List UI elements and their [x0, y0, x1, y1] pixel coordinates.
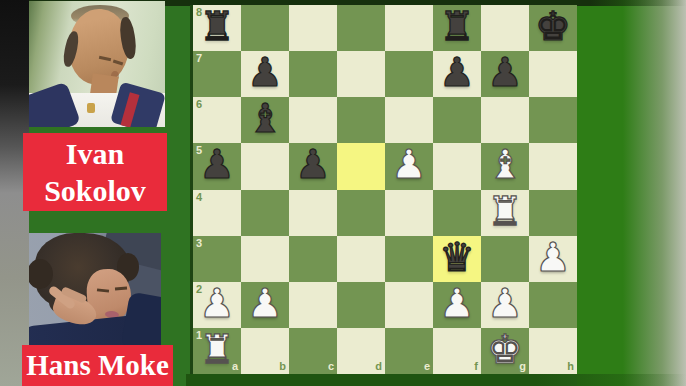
photo-art-collar [110, 81, 165, 127]
square-h8[interactable]: ♚ [529, 5, 577, 51]
piece-black-pawn-c5[interactable]: ♟ [295, 144, 331, 184]
square-g7[interactable]: ♟ [481, 51, 529, 97]
square-d7[interactable] [337, 51, 385, 97]
square-c1[interactable]: c [289, 328, 337, 374]
piece-white-pawn-a2[interactable]: ♟ [199, 283, 235, 323]
square-c2[interactable] [289, 282, 337, 328]
square-b8[interactable] [241, 5, 289, 51]
square-h3[interactable]: ♟ [529, 236, 577, 282]
photo-art-shoulder [29, 81, 81, 127]
piece-black-rook-f8[interactable]: ♜ [439, 6, 475, 46]
coord-file-h: h [567, 361, 574, 372]
square-a5[interactable]: 5♟ [193, 143, 241, 189]
square-c5[interactable]: ♟ [289, 143, 337, 189]
square-d8[interactable] [337, 5, 385, 51]
square-c8[interactable] [289, 5, 337, 51]
piece-white-rook-a1[interactable]: ♜ [199, 329, 235, 369]
coord-rank-7: 7 [196, 53, 202, 64]
square-c3[interactable] [289, 236, 337, 282]
square-a8[interactable]: 8♜ [193, 5, 241, 51]
square-g3[interactable] [481, 236, 529, 282]
square-a3[interactable]: 3 [193, 236, 241, 282]
square-a4[interactable]: 4 [193, 190, 241, 236]
player-name-line: Hans Moke [22, 345, 173, 386]
square-e6[interactable] [385, 97, 433, 143]
coord-rank-3: 3 [196, 238, 202, 249]
square-e5[interactable]: ♟ [385, 143, 433, 189]
player-banner-ivan-sokolov: Ivan Sokolov [23, 133, 167, 211]
square-b3[interactable] [241, 236, 289, 282]
coord-rank-6: 6 [196, 99, 202, 110]
square-e4[interactable] [385, 190, 433, 236]
piece-black-queen-f3[interactable]: ♛ [439, 237, 475, 277]
background-right-gradient [577, 0, 686, 386]
square-f1[interactable]: f [433, 328, 481, 374]
coord-file-f: f [474, 361, 478, 372]
square-f8[interactable]: ♜ [433, 5, 481, 51]
piece-black-king-h8[interactable]: ♚ [535, 6, 571, 46]
square-h5[interactable] [529, 143, 577, 189]
piece-white-pawn-h3[interactable]: ♟ [535, 237, 571, 277]
square-f2[interactable]: ♟ [433, 282, 481, 328]
square-h4[interactable] [529, 190, 577, 236]
square-f7[interactable]: ♟ [433, 51, 481, 97]
square-e7[interactable] [385, 51, 433, 97]
square-h2[interactable] [529, 282, 577, 328]
square-g1[interactable]: g♚ [481, 328, 529, 374]
coord-file-b: b [279, 361, 286, 372]
photo-art-crest [87, 103, 95, 113]
piece-white-rook-g4[interactable]: ♜ [487, 191, 523, 231]
square-g2[interactable]: ♟ [481, 282, 529, 328]
square-b4[interactable] [241, 190, 289, 236]
square-a6[interactable]: 6 [193, 97, 241, 143]
background-bottom-strip [186, 374, 686, 386]
square-a1[interactable]: 1a♜ [193, 328, 241, 374]
piece-black-pawn-b7[interactable]: ♟ [247, 52, 283, 92]
square-g4[interactable]: ♜ [481, 190, 529, 236]
square-g6[interactable] [481, 97, 529, 143]
player-name-line: Sokolov [23, 172, 167, 209]
coord-file-c: c [328, 361, 334, 372]
square-d3[interactable] [337, 236, 385, 282]
square-b7[interactable]: ♟ [241, 51, 289, 97]
piece-white-pawn-b2[interactable]: ♟ [247, 283, 283, 323]
square-a2[interactable]: 2♟ [193, 282, 241, 328]
square-b2[interactable]: ♟ [241, 282, 289, 328]
piece-black-pawn-f7[interactable]: ♟ [439, 52, 475, 92]
square-e3[interactable] [385, 236, 433, 282]
coord-rank-4: 4 [196, 192, 202, 203]
piece-black-bishop-b6[interactable]: ♝ [247, 98, 283, 138]
square-f3[interactable]: ♛ [433, 236, 481, 282]
square-c7[interactable] [289, 51, 337, 97]
square-e1[interactable]: e [385, 328, 433, 374]
piece-white-pawn-f2[interactable]: ♟ [439, 283, 475, 323]
square-d2[interactable] [337, 282, 385, 328]
square-b6[interactable]: ♝ [241, 97, 289, 143]
piece-black-pawn-g7[interactable]: ♟ [487, 52, 523, 92]
piece-white-bishop-g5[interactable]: ♝ [487, 144, 523, 184]
piece-black-rook-a8[interactable]: ♜ [199, 6, 235, 46]
square-g5[interactable]: ♝ [481, 143, 529, 189]
coord-file-e: e [424, 361, 430, 372]
square-f6[interactable] [433, 97, 481, 143]
square-a7[interactable]: 7 [193, 51, 241, 97]
square-d4[interactable] [337, 190, 385, 236]
square-c4[interactable] [289, 190, 337, 236]
square-h1[interactable]: h [529, 328, 577, 374]
piece-white-king-g1[interactable]: ♚ [487, 329, 523, 369]
square-h7[interactable] [529, 51, 577, 97]
square-d1[interactable]: d [337, 328, 385, 374]
square-d5[interactable] [337, 143, 385, 189]
square-e8[interactable] [385, 5, 433, 51]
player-banner-hans-moke: Hans Moke [22, 345, 173, 386]
square-h6[interactable] [529, 97, 577, 143]
piece-white-pawn-e5[interactable]: ♟ [391, 144, 427, 184]
square-d6[interactable] [337, 97, 385, 143]
square-b5[interactable] [241, 143, 289, 189]
square-f5[interactable] [433, 143, 481, 189]
square-c6[interactable] [289, 97, 337, 143]
square-e2[interactable] [385, 282, 433, 328]
chess-board: 8♜♜♚7♟♟♟6♝5♟♟♟♝4♜3♛♟2♟♟♟♟1a♜bcdefg♚h [193, 5, 577, 374]
piece-black-pawn-a5[interactable]: ♟ [199, 144, 235, 184]
square-g8[interactable] [481, 5, 529, 51]
coord-file-d: d [375, 361, 382, 372]
photo-hans-moke [29, 233, 161, 347]
photo-ivan-sokolov [29, 1, 165, 127]
square-b1[interactable]: b [241, 328, 289, 374]
square-f4[interactable] [433, 190, 481, 236]
player-name-line: Ivan [23, 135, 167, 172]
piece-white-pawn-g2[interactable]: ♟ [487, 283, 523, 323]
video-frame: Ivan Sokolov Hans Moke 8♜♜♚7♟♟♟6♝5♟♟♟♝4♜… [0, 0, 686, 386]
